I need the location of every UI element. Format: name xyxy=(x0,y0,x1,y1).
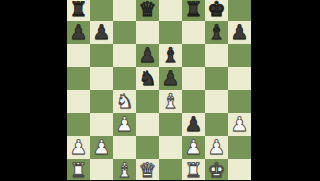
piece-black-bishop[interactable]: ♝ xyxy=(162,44,180,67)
square-h7[interactable]: ♟ xyxy=(228,21,251,44)
square-d6[interactable]: ♟ xyxy=(136,44,159,67)
piece-white-pawn[interactable]: ♟ xyxy=(208,136,226,159)
square-b3[interactable] xyxy=(90,113,113,136)
square-d2[interactable] xyxy=(136,136,159,159)
piece-black-queen[interactable]: ♛ xyxy=(139,0,157,21)
piece-white-bishop[interactable]: ♝ xyxy=(116,159,134,181)
square-f6[interactable] xyxy=(182,44,205,67)
piece-black-pawn[interactable]: ♟ xyxy=(231,21,249,44)
square-a8[interactable]: ♜ xyxy=(67,0,90,21)
square-d7[interactable] xyxy=(136,21,159,44)
square-h3[interactable]: ♟ xyxy=(228,113,251,136)
piece-white-knight[interactable]: ♞ xyxy=(116,90,134,113)
letterbox-left xyxy=(0,0,67,180)
square-d5[interactable]: ♞ xyxy=(136,67,159,90)
square-d1[interactable]: ♛ xyxy=(136,159,159,180)
square-c2[interactable] xyxy=(113,136,136,159)
piece-white-pawn[interactable]: ♟ xyxy=(93,136,111,159)
square-e3[interactable] xyxy=(159,113,182,136)
square-a2[interactable]: ♟ xyxy=(67,136,90,159)
piece-white-pawn[interactable]: ♟ xyxy=(231,113,249,136)
piece-black-pawn[interactable]: ♟ xyxy=(70,21,88,44)
square-h1[interactable] xyxy=(228,159,251,180)
square-f4[interactable] xyxy=(182,90,205,113)
square-h4[interactable] xyxy=(228,90,251,113)
square-d4[interactable] xyxy=(136,90,159,113)
video-frame: ♜♛♜♚♟♟♝♟♟♝♞♟♞♝♟♟♟♟♟♟♟♜♝♛♜♚ xyxy=(0,0,320,180)
letterbox-right xyxy=(251,0,320,180)
square-b6[interactable] xyxy=(90,44,113,67)
square-b2[interactable]: ♟ xyxy=(90,136,113,159)
piece-black-rook[interactable]: ♜ xyxy=(185,0,203,21)
square-g7[interactable]: ♝ xyxy=(205,21,228,44)
square-d8[interactable]: ♛ xyxy=(136,0,159,21)
square-e2[interactable] xyxy=(159,136,182,159)
square-h8[interactable] xyxy=(228,0,251,21)
square-g8[interactable]: ♚ xyxy=(205,0,228,21)
square-g1[interactable]: ♚ xyxy=(205,159,228,180)
square-b1[interactable] xyxy=(90,159,113,180)
piece-white-rook[interactable]: ♜ xyxy=(70,159,88,181)
piece-black-pawn[interactable]: ♟ xyxy=(185,113,203,136)
piece-white-pawn[interactable]: ♟ xyxy=(116,113,134,136)
piece-black-king[interactable]: ♚ xyxy=(208,0,226,21)
piece-white-rook[interactable]: ♜ xyxy=(185,159,203,181)
square-a5[interactable] xyxy=(67,67,90,90)
square-b4[interactable] xyxy=(90,90,113,113)
square-g6[interactable] xyxy=(205,44,228,67)
square-f5[interactable] xyxy=(182,67,205,90)
square-f3[interactable]: ♟ xyxy=(182,113,205,136)
square-h6[interactable] xyxy=(228,44,251,67)
square-a1[interactable]: ♜ xyxy=(67,159,90,180)
square-c7[interactable] xyxy=(113,21,136,44)
square-b7[interactable]: ♟ xyxy=(90,21,113,44)
square-a6[interactable] xyxy=(67,44,90,67)
square-c4[interactable]: ♞ xyxy=(113,90,136,113)
piece-white-queen[interactable]: ♛ xyxy=(139,159,157,181)
square-c6[interactable] xyxy=(113,44,136,67)
square-h2[interactable] xyxy=(228,136,251,159)
square-d3[interactable] xyxy=(136,113,159,136)
square-b8[interactable] xyxy=(90,0,113,21)
piece-black-pawn[interactable]: ♟ xyxy=(139,44,157,67)
square-c3[interactable]: ♟ xyxy=(113,113,136,136)
piece-white-king[interactable]: ♚ xyxy=(208,159,226,181)
square-a4[interactable] xyxy=(67,90,90,113)
square-f7[interactable] xyxy=(182,21,205,44)
square-e1[interactable] xyxy=(159,159,182,180)
piece-black-knight[interactable]: ♞ xyxy=(139,67,157,90)
square-g4[interactable] xyxy=(205,90,228,113)
piece-white-bishop[interactable]: ♝ xyxy=(162,90,180,113)
square-e7[interactable] xyxy=(159,21,182,44)
piece-white-pawn[interactable]: ♟ xyxy=(70,136,88,159)
square-a3[interactable] xyxy=(67,113,90,136)
piece-black-rook[interactable]: ♜ xyxy=(70,0,88,21)
square-b5[interactable] xyxy=(90,67,113,90)
chessboard[interactable]: ♜♛♜♚♟♟♝♟♟♝♞♟♞♝♟♟♟♟♟♟♟♜♝♛♜♚ xyxy=(67,0,251,180)
square-c1[interactable]: ♝ xyxy=(113,159,136,180)
square-g2[interactable]: ♟ xyxy=(205,136,228,159)
square-g3[interactable] xyxy=(205,113,228,136)
square-f1[interactable]: ♜ xyxy=(182,159,205,180)
square-e8[interactable] xyxy=(159,0,182,21)
piece-black-pawn[interactable]: ♟ xyxy=(93,21,111,44)
square-e5[interactable]: ♟ xyxy=(159,67,182,90)
piece-black-pawn[interactable]: ♟ xyxy=(162,67,180,90)
square-e6[interactable]: ♝ xyxy=(159,44,182,67)
square-h5[interactable] xyxy=(228,67,251,90)
square-g5[interactable] xyxy=(205,67,228,90)
square-f2[interactable]: ♟ xyxy=(182,136,205,159)
square-a7[interactable]: ♟ xyxy=(67,21,90,44)
square-e4[interactable]: ♝ xyxy=(159,90,182,113)
piece-black-bishop[interactable]: ♝ xyxy=(208,21,226,44)
square-f8[interactable]: ♜ xyxy=(182,0,205,21)
piece-white-pawn[interactable]: ♟ xyxy=(185,136,203,159)
square-c5[interactable] xyxy=(113,67,136,90)
square-c8[interactable] xyxy=(113,0,136,21)
